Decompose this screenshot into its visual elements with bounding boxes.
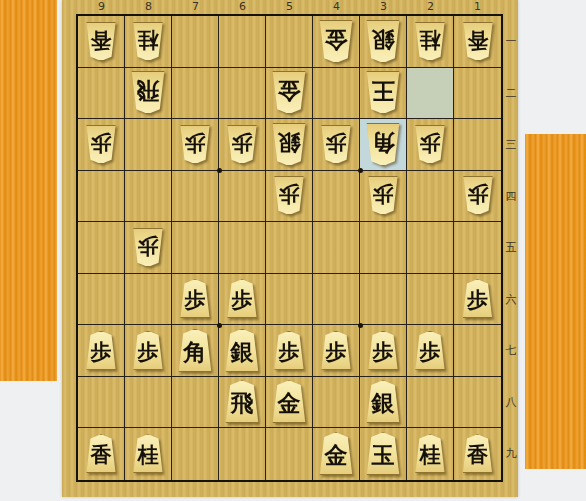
square-49[interactable]: 金	[313, 428, 360, 480]
piece-glyph: 歩	[467, 290, 488, 311]
square-25[interactable]	[407, 222, 454, 274]
piece-fu-87[interactable]: 歩	[131, 331, 165, 370]
square-24[interactable]	[407, 171, 454, 223]
square-98[interactable]	[78, 377, 125, 429]
square-57[interactable]: 歩	[266, 325, 313, 377]
square-87[interactable]: 歩	[125, 325, 172, 377]
star-point-3	[217, 323, 222, 328]
right-wood-panel	[525, 134, 586, 469]
square-69[interactable]	[219, 428, 266, 480]
piece-fu-97[interactable]: 歩	[84, 331, 118, 370]
square-12[interactable]	[454, 68, 501, 120]
piece-fu-76[interactable]: 歩	[178, 279, 212, 318]
piece-kin-58[interactable]: 金	[270, 380, 308, 423]
square-51[interactable]	[266, 16, 313, 68]
shogi-board-grid: 香桂金銀桂香飛金王歩歩歩銀歩角歩歩歩歩歩歩歩歩歩歩角銀歩歩歩歩飛金銀香桂金玉桂香	[76, 14, 503, 482]
piece-fu-63[interactable]: 歩	[225, 125, 259, 164]
square-92[interactable]	[78, 68, 125, 120]
piece-glyph: 歩	[91, 132, 112, 153]
square-34[interactable]: 歩	[360, 171, 407, 223]
piece-glyph: 歩	[138, 342, 159, 363]
square-26[interactable]	[407, 274, 454, 326]
square-78[interactable]	[172, 377, 219, 429]
file-label-8: 8	[125, 0, 172, 13]
piece-glyph: 歩	[91, 342, 112, 363]
piece-gin-67[interactable]: 銀	[223, 329, 261, 372]
square-28[interactable]	[407, 377, 454, 429]
square-93[interactable]: 歩	[78, 119, 125, 171]
square-17[interactable]	[454, 325, 501, 377]
piece-glyph: 桂	[420, 445, 441, 466]
square-61[interactable]	[219, 16, 266, 68]
square-62[interactable]	[219, 68, 266, 120]
square-16[interactable]: 歩	[454, 274, 501, 326]
file-label-5: 5	[266, 0, 313, 13]
piece-glyph: 銀	[372, 392, 395, 415]
piece-glyph: 歩	[326, 342, 347, 363]
rank-label-6: 六	[503, 274, 519, 326]
square-73[interactable]: 歩	[172, 119, 219, 171]
piece-fu-27[interactable]: 歩	[413, 331, 447, 370]
square-91[interactable]: 香	[78, 16, 125, 68]
piece-hisha-68[interactable]: 飛	[223, 380, 261, 423]
square-39[interactable]: 玉	[360, 428, 407, 480]
square-71[interactable]	[172, 16, 219, 68]
rank-label-3: 三	[503, 119, 519, 171]
piece-gin-38[interactable]: 銀	[364, 380, 402, 423]
piece-ou-32[interactable]: 王	[364, 71, 402, 114]
piece-glyph: 玉	[372, 444, 395, 467]
file-label-4: 4	[313, 0, 360, 13]
square-53[interactable]: 銀	[266, 119, 313, 171]
square-54[interactable]: 歩	[266, 171, 313, 223]
piece-glyph: 歩	[279, 183, 300, 204]
piece-keima-89[interactable]: 桂	[131, 434, 165, 473]
square-75[interactable]	[172, 222, 219, 274]
square-95[interactable]	[78, 222, 125, 274]
square-99[interactable]: 香	[78, 428, 125, 480]
square-79[interactable]	[172, 428, 219, 480]
square-37[interactable]: 歩	[360, 325, 407, 377]
square-21[interactable]: 桂	[407, 16, 454, 68]
square-96[interactable]	[78, 274, 125, 326]
piece-glyph: 歩	[373, 342, 394, 363]
square-29[interactable]: 桂	[407, 428, 454, 480]
piece-glyph: 桂	[138, 445, 159, 466]
piece-glyph: 金	[325, 444, 348, 467]
square-72[interactable]	[172, 68, 219, 120]
square-46[interactable]	[313, 274, 360, 326]
rank-label-4: 四	[503, 171, 519, 223]
piece-hisha-82[interactable]: 飛	[129, 71, 167, 114]
piece-glyph: 金	[278, 79, 301, 102]
rank-label-7: 七	[503, 325, 519, 377]
square-88[interactable]	[125, 377, 172, 429]
square-56[interactable]	[266, 274, 313, 326]
piece-glyph: 王	[372, 79, 395, 102]
piece-keima-81[interactable]: 桂	[131, 22, 165, 61]
piece-gin-53[interactable]: 銀	[270, 123, 308, 166]
file-label-9: 9	[78, 0, 125, 13]
square-68[interactable]: 飛	[219, 377, 266, 429]
square-45[interactable]	[313, 222, 360, 274]
piece-glyph: 金	[325, 28, 348, 51]
piece-fu-23[interactable]: 歩	[413, 125, 447, 164]
square-77[interactable]: 角	[172, 325, 219, 377]
piece-keima-29[interactable]: 桂	[413, 434, 447, 473]
piece-glyph: 角	[184, 341, 207, 364]
square-11[interactable]: 香	[454, 16, 501, 68]
square-22[interactable]	[407, 68, 454, 120]
piece-glyph: 香	[467, 445, 488, 466]
square-94[interactable]	[78, 171, 125, 223]
square-74[interactable]	[172, 171, 219, 223]
rank-label-5: 五	[503, 222, 519, 274]
piece-glyph: 飛	[231, 392, 254, 415]
file-label-2: 2	[407, 0, 454, 13]
piece-fu-47[interactable]: 歩	[319, 331, 353, 370]
piece-kin-52[interactable]: 金	[270, 71, 308, 114]
piece-glyph: 歩	[420, 342, 441, 363]
piece-glyph: 角	[372, 131, 395, 154]
piece-fu-73[interactable]: 歩	[178, 125, 212, 164]
square-35[interactable]	[360, 222, 407, 274]
square-38[interactable]: 銀	[360, 377, 407, 429]
square-32[interactable]: 王	[360, 68, 407, 120]
rank-label-8: 八	[503, 377, 519, 429]
square-86[interactable]	[125, 274, 172, 326]
square-41[interactable]: 金	[313, 16, 360, 68]
square-27[interactable]: 歩	[407, 325, 454, 377]
square-65[interactable]	[219, 222, 266, 274]
piece-glyph: 銀	[278, 131, 301, 154]
square-81[interactable]: 桂	[125, 16, 172, 68]
piece-kyosha-19[interactable]: 香	[461, 434, 495, 473]
piece-glyph: 歩	[467, 183, 488, 204]
piece-fu-66[interactable]: 歩	[225, 279, 259, 318]
piece-fu-37[interactable]: 歩	[366, 331, 400, 370]
square-67[interactable]: 銀	[219, 325, 266, 377]
square-58[interactable]: 金	[266, 377, 313, 429]
piece-kyosha-91[interactable]: 香	[84, 22, 118, 61]
piece-glyph: 香	[91, 445, 112, 466]
square-42[interactable]	[313, 68, 360, 120]
piece-fu-14[interactable]: 歩	[461, 176, 495, 215]
square-13[interactable]	[454, 119, 501, 171]
square-15[interactable]	[454, 222, 501, 274]
square-84[interactable]	[125, 171, 172, 223]
square-64[interactable]	[219, 171, 266, 223]
square-14[interactable]: 歩	[454, 171, 501, 223]
square-76[interactable]: 歩	[172, 274, 219, 326]
square-23[interactable]: 歩	[407, 119, 454, 171]
rank-label-1: 一	[503, 16, 519, 68]
piece-glyph: 歩	[373, 183, 394, 204]
piece-glyph: 桂	[420, 29, 441, 50]
square-18[interactable]	[454, 377, 501, 429]
piece-fu-93[interactable]: 歩	[84, 125, 118, 164]
piece-fu-85[interactable]: 歩	[131, 228, 165, 267]
star-point-1	[217, 168, 222, 173]
piece-glyph: 歩	[138, 235, 159, 256]
piece-kin-41[interactable]: 金	[317, 20, 355, 63]
piece-fu-16[interactable]: 歩	[461, 279, 495, 318]
piece-glyph: 歩	[279, 342, 300, 363]
piece-gin-31[interactable]: 銀	[364, 20, 402, 63]
square-66[interactable]: 歩	[219, 274, 266, 326]
piece-gyoku-39[interactable]: 玉	[364, 432, 402, 475]
square-97[interactable]: 歩	[78, 325, 125, 377]
rank-label-9: 九	[503, 428, 519, 480]
piece-glyph: 桂	[138, 29, 159, 50]
piece-glyph: 歩	[185, 132, 206, 153]
square-47[interactable]: 歩	[313, 325, 360, 377]
piece-kin-49[interactable]: 金	[317, 432, 355, 475]
piece-glyph: 歩	[420, 132, 441, 153]
star-point-4	[358, 323, 363, 328]
rank-label-2: 二	[503, 68, 519, 120]
piece-glyph: 歩	[185, 290, 206, 311]
square-89[interactable]: 桂	[125, 428, 172, 480]
square-82[interactable]: 飛	[125, 68, 172, 120]
square-85[interactable]: 歩	[125, 222, 172, 274]
piece-kyosha-99[interactable]: 香	[84, 434, 118, 473]
file-label-7: 7	[172, 0, 219, 13]
file-label-1: 1	[454, 0, 501, 13]
piece-glyph: 銀	[372, 28, 395, 51]
square-44[interactable]	[313, 171, 360, 223]
piece-glyph: 香	[467, 29, 488, 50]
piece-glyph: 歩	[232, 132, 253, 153]
piece-kyosha-11[interactable]: 香	[461, 22, 495, 61]
square-63[interactable]: 歩	[219, 119, 266, 171]
square-83[interactable]	[125, 119, 172, 171]
star-point-2	[358, 168, 363, 173]
square-55[interactable]	[266, 222, 313, 274]
file-label-6: 6	[219, 0, 266, 13]
square-43[interactable]: 歩	[313, 119, 360, 171]
piece-kaku-77[interactable]: 角	[176, 329, 214, 372]
square-31[interactable]: 銀	[360, 16, 407, 68]
piece-glyph: 歩	[232, 290, 253, 311]
piece-keima-21[interactable]: 桂	[413, 22, 447, 61]
piece-fu-57[interactable]: 歩	[272, 331, 306, 370]
square-59[interactable]	[266, 428, 313, 480]
square-48[interactable]	[313, 377, 360, 429]
piece-glyph: 香	[91, 29, 112, 50]
piece-glyph: 歩	[326, 132, 347, 153]
square-52[interactable]: 金	[266, 68, 313, 120]
left-wood-panel	[0, 0, 57, 381]
square-33[interactable]: 角	[360, 119, 407, 171]
piece-glyph: 金	[278, 392, 301, 415]
square-19[interactable]: 香	[454, 428, 501, 480]
piece-fu-54[interactable]: 歩	[272, 176, 306, 215]
piece-glyph: 飛	[137, 79, 160, 102]
square-36[interactable]	[360, 274, 407, 326]
piece-fu-43[interactable]: 歩	[319, 125, 353, 164]
piece-fu-34[interactable]: 歩	[366, 176, 400, 215]
piece-glyph: 銀	[231, 341, 254, 364]
file-label-3: 3	[360, 0, 407, 13]
piece-kaku-33[interactable]: 角	[364, 123, 402, 166]
shogi-app-window: 987654321 一二三四五六七八九 香桂金銀桂香飛金王歩歩歩銀歩角歩歩歩歩歩…	[0, 0, 586, 501]
